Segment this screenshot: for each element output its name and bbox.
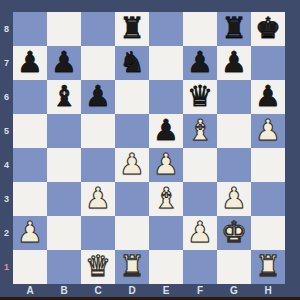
square-g6[interactable] (217, 80, 251, 114)
square-b6[interactable]: ♝ (47, 80, 81, 114)
file-label-a: A (13, 284, 47, 297)
square-g2[interactable]: ♚ (217, 216, 251, 250)
square-b8[interactable] (47, 12, 81, 46)
square-g3[interactable]: ♟ (217, 182, 251, 216)
rank-label-8: 8 (0, 12, 13, 46)
piece-white-pawn[interactable]: ♟ (221, 181, 247, 215)
file-labels: ABCDEFGH (13, 284, 285, 297)
rank-labels: 87654321 (0, 12, 13, 284)
square-f5[interactable]: ♝ (183, 114, 217, 148)
square-g4[interactable] (217, 148, 251, 182)
square-a4[interactable] (13, 148, 47, 182)
piece-white-pawn[interactable]: ♟ (153, 147, 179, 181)
piece-white-bishop[interactable]: ♝ (153, 181, 179, 215)
square-f4[interactable] (183, 148, 217, 182)
square-h4[interactable] (251, 148, 285, 182)
piece-black-king[interactable]: ♚ (255, 11, 281, 45)
square-c1[interactable]: ♛ (81, 250, 115, 284)
square-b7[interactable]: ♟ (47, 46, 81, 80)
square-b4[interactable] (47, 148, 81, 182)
square-g1[interactable] (217, 250, 251, 284)
square-h1[interactable]: ♜ (251, 250, 285, 284)
piece-black-bishop[interactable]: ♝ (51, 79, 77, 113)
piece-black-pawn[interactable]: ♟ (85, 79, 111, 113)
piece-black-pawn[interactable]: ♟ (187, 45, 213, 79)
piece-black-queen[interactable]: ♛ (187, 79, 213, 113)
file-label-e: E (149, 284, 183, 297)
square-f6[interactable]: ♛ (183, 80, 217, 114)
square-f3[interactable] (183, 182, 217, 216)
piece-black-pawn[interactable]: ♟ (221, 45, 247, 79)
rank-label-2: 2 (0, 216, 13, 250)
square-d4[interactable]: ♟ (115, 148, 149, 182)
piece-black-knight[interactable]: ♞ (119, 45, 145, 79)
square-e8[interactable] (149, 12, 183, 46)
piece-white-pawn[interactable]: ♟ (187, 215, 213, 249)
square-e4[interactable]: ♟ (149, 148, 183, 182)
piece-white-rook[interactable]: ♜ (255, 249, 281, 283)
square-h2[interactable] (251, 216, 285, 250)
square-a1[interactable] (13, 250, 47, 284)
file-label-f: F (183, 284, 217, 297)
rank-label-4: 4 (0, 148, 13, 182)
square-d6[interactable] (115, 80, 149, 114)
square-e7[interactable] (149, 46, 183, 80)
square-f7[interactable]: ♟ (183, 46, 217, 80)
piece-black-pawn[interactable]: ♟ (255, 79, 281, 113)
file-label-d: D (115, 284, 149, 297)
square-d8[interactable]: ♜ (115, 12, 149, 46)
piece-black-pawn[interactable]: ♟ (51, 45, 77, 79)
square-g7[interactable]: ♟ (217, 46, 251, 80)
square-d1[interactable]: ♜ (115, 250, 149, 284)
square-h6[interactable]: ♟ (251, 80, 285, 114)
square-d2[interactable] (115, 216, 149, 250)
square-h8[interactable]: ♚ (251, 12, 285, 46)
square-d5[interactable] (115, 114, 149, 148)
rank-label-1: 1 (0, 250, 13, 284)
square-c6[interactable]: ♟ (81, 80, 115, 114)
square-h5[interactable]: ♟ (251, 114, 285, 148)
piece-white-pawn[interactable]: ♟ (255, 113, 281, 147)
piece-white-king[interactable]: ♚ (221, 215, 247, 249)
square-a8[interactable] (13, 12, 47, 46)
piece-white-queen[interactable]: ♛ (85, 249, 111, 283)
square-g8[interactable]: ♜ (217, 12, 251, 46)
piece-black-rook[interactable]: ♜ (119, 11, 145, 45)
square-a7[interactable]: ♟ (13, 46, 47, 80)
file-label-g: G (217, 284, 251, 297)
piece-black-rook[interactable]: ♜ (221, 11, 247, 45)
piece-white-pawn[interactable]: ♟ (119, 147, 145, 181)
square-e3[interactable]: ♝ (149, 182, 183, 216)
square-f8[interactable] (183, 12, 217, 46)
chess-board: ♜♜♚♟♟♞♟♟♝♟♛♟♟♝♟♟♟♟♝♟♟♟♚♛♜♜ (13, 12, 285, 284)
square-d3[interactable] (115, 182, 149, 216)
rank-label-6: 6 (0, 80, 13, 114)
piece-white-pawn[interactable]: ♟ (17, 215, 43, 249)
square-c3[interactable]: ♟ (81, 182, 115, 216)
square-e6[interactable] (149, 80, 183, 114)
square-b3[interactable] (47, 182, 81, 216)
piece-black-pawn[interactable]: ♟ (153, 113, 179, 147)
piece-black-pawn[interactable]: ♟ (17, 45, 43, 79)
square-f2[interactable]: ♟ (183, 216, 217, 250)
file-label-c: C (81, 284, 115, 297)
square-c7[interactable] (81, 46, 115, 80)
chess-board-frame: 87654321 ♜♜♚♟♟♞♟♟♝♟♛♟♟♝♟♟♟♟♝♟♟♟♚♛♜♜ ABCD… (0, 0, 300, 300)
square-f1[interactable] (183, 250, 217, 284)
file-label-b: B (47, 284, 81, 297)
square-e2[interactable] (149, 216, 183, 250)
square-c8[interactable] (81, 12, 115, 46)
square-e5[interactable]: ♟ (149, 114, 183, 148)
square-a6[interactable] (13, 80, 47, 114)
square-a2[interactable]: ♟ (13, 216, 47, 250)
piece-white-pawn[interactable]: ♟ (85, 181, 111, 215)
square-e1[interactable] (149, 250, 183, 284)
square-h7[interactable] (251, 46, 285, 80)
square-b1[interactable] (47, 250, 81, 284)
piece-white-bishop[interactable]: ♝ (187, 113, 213, 147)
square-a5[interactable] (13, 114, 47, 148)
rank-label-3: 3 (0, 182, 13, 216)
square-c5[interactable] (81, 114, 115, 148)
square-b2[interactable] (47, 216, 81, 250)
square-c4[interactable] (81, 148, 115, 182)
piece-white-rook[interactable]: ♜ (119, 249, 145, 283)
square-b5[interactable] (47, 114, 81, 148)
rank-label-5: 5 (0, 114, 13, 148)
square-h3[interactable] (251, 182, 285, 216)
square-a3[interactable] (13, 182, 47, 216)
square-d7[interactable]: ♞ (115, 46, 149, 80)
rank-label-7: 7 (0, 46, 13, 80)
square-g5[interactable] (217, 114, 251, 148)
file-label-h: H (251, 284, 285, 297)
square-c2[interactable] (81, 216, 115, 250)
